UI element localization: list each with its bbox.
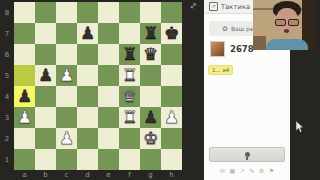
chess-board[interactable]: ♟♜♚♜♛♟♟♜♟♛♟♜♟♟♟♚	[14, 2, 182, 170]
flag-icon[interactable]: ⚑	[269, 168, 274, 174]
square-d5[interactable]	[77, 65, 98, 86]
square-g6[interactable]: ♛	[140, 44, 161, 65]
white-pawn[interactable]: ♟	[14, 107, 35, 128]
square-h2[interactable]	[161, 128, 182, 149]
webcam-video	[253, 0, 315, 50]
rank-label-3: 3	[0, 107, 14, 128]
square-h5[interactable]	[161, 65, 182, 86]
black-pawn[interactable]: ♟	[14, 86, 35, 107]
square-a1[interactable]	[14, 149, 35, 170]
square-g2[interactable]: ♚	[140, 128, 161, 149]
white-king[interactable]: ♚	[140, 128, 161, 149]
black-rook[interactable]: ♜	[140, 23, 161, 44]
file-label-a: a	[14, 169, 35, 180]
square-g8[interactable]	[140, 2, 161, 23]
square-d2[interactable]	[77, 128, 98, 149]
square-f1[interactable]	[119, 149, 140, 170]
panel-spacer	[204, 75, 290, 147]
tactics-icon: ↗	[209, 2, 218, 11]
square-d1[interactable]	[77, 149, 98, 170]
analysis-icon[interactable]: ▦	[230, 168, 236, 174]
player-mouth	[284, 29, 289, 33]
square-e6[interactable]	[98, 44, 119, 65]
white-pawn[interactable]: ♟	[56, 128, 77, 149]
square-b1[interactable]	[35, 149, 56, 170]
square-d6[interactable]	[77, 44, 98, 65]
rank-label-4: 4	[0, 86, 14, 107]
square-b3[interactable]	[35, 107, 56, 128]
rank-label-7: 7	[0, 23, 14, 44]
square-e4[interactable]	[98, 86, 119, 107]
hint-button[interactable]	[209, 147, 285, 162]
square-c8[interactable]	[56, 2, 77, 23]
square-d4[interactable]	[77, 86, 98, 107]
square-d3[interactable]	[77, 107, 98, 128]
square-c2[interactable]: ♟	[56, 128, 77, 149]
square-h8[interactable]	[161, 2, 182, 23]
square-g5[interactable]	[140, 65, 161, 86]
square-g1[interactable]	[140, 149, 161, 170]
mouse-cursor	[296, 121, 305, 133]
square-f7[interactable]	[119, 23, 140, 44]
webcam-shadow	[253, 36, 266, 50]
expand-icon[interactable]: ↕	[186, 0, 200, 13]
square-d7[interactable]: ♟	[77, 23, 98, 44]
square-c7[interactable]	[56, 23, 77, 44]
file-label-e: e	[98, 169, 119, 180]
file-label-b: b	[35, 169, 56, 180]
player-shirt	[266, 39, 308, 50]
square-f4[interactable]: ♛	[119, 86, 140, 107]
move-list-item[interactable]: 1... a4	[208, 65, 233, 75]
laurel-icon: ✿	[222, 25, 228, 33]
square-c3[interactable]	[56, 107, 77, 128]
black-king[interactable]: ♚	[161, 23, 182, 44]
square-f6[interactable]: ♜	[119, 44, 140, 65]
square-e5[interactable]	[98, 65, 119, 86]
file-label-f: f	[119, 169, 140, 180]
app-window: 87654321 ♟♜♚♜♛♟♟♜♟♛♟♜♟♟♟♚ abcdefgh ↕ ↗ Т…	[0, 0, 320, 180]
square-h4[interactable]	[161, 86, 182, 107]
file-label-d: d	[77, 169, 98, 180]
file-label-c: c	[56, 169, 77, 180]
square-g7[interactable]: ♜	[140, 23, 161, 44]
file-label-h: h	[161, 169, 182, 180]
square-h3[interactable]: ♟	[161, 107, 182, 128]
bottom-toolbar: ✉▦↗✎⚙⚑	[204, 166, 290, 180]
square-b7[interactable]	[35, 23, 56, 44]
rank-label-6: 6	[0, 44, 14, 65]
settings-icon[interactable]: ⚙	[259, 168, 264, 174]
square-h1[interactable]	[161, 149, 182, 170]
rating-value: 2678	[230, 44, 254, 54]
file-labels: abcdefgh	[14, 169, 182, 180]
square-h6[interactable]	[161, 44, 182, 65]
square-b4[interactable]	[35, 86, 56, 107]
rank-label-5: 5	[0, 65, 14, 86]
square-f3[interactable]: ♜	[119, 107, 140, 128]
square-a3[interactable]: ♟	[14, 107, 35, 128]
white-rook[interactable]: ♜	[119, 107, 140, 128]
share-icon[interactable]: ↗	[240, 168, 245, 174]
black-pawn[interactable]: ♟	[140, 107, 161, 128]
lightbulb-icon	[245, 152, 250, 157]
square-a7[interactable]	[14, 23, 35, 44]
comment-icon[interactable]: ✉	[220, 168, 225, 174]
avatar[interactable]	[210, 41, 225, 57]
square-e1[interactable]	[98, 149, 119, 170]
file-label-g: g	[140, 169, 161, 180]
black-pawn[interactable]: ♟	[77, 23, 98, 44]
square-b8[interactable]	[35, 2, 56, 23]
square-a5[interactable]	[14, 65, 35, 86]
square-c1[interactable]	[56, 149, 77, 170]
square-f5[interactable]: ♜	[119, 65, 140, 86]
square-e7[interactable]	[98, 23, 119, 44]
player-glasses	[275, 19, 299, 26]
square-a4[interactable]: ♟	[14, 86, 35, 107]
rank-label-8: 8	[0, 2, 14, 23]
square-a2[interactable]	[14, 128, 35, 149]
rank-labels: 87654321	[0, 2, 14, 170]
square-e3[interactable]	[98, 107, 119, 128]
square-d8[interactable]	[77, 2, 98, 23]
white-pawn[interactable]: ♟	[56, 65, 77, 86]
square-f8[interactable]	[119, 2, 140, 23]
black-queen[interactable]: ♛	[140, 44, 161, 65]
square-g3[interactable]: ♟	[140, 107, 161, 128]
square-c4[interactable]	[56, 86, 77, 107]
square-e8[interactable]	[98, 2, 119, 23]
square-a8[interactable]	[14, 2, 35, 23]
square-g4[interactable]	[140, 86, 161, 107]
black-rook[interactable]: ♜	[119, 44, 140, 65]
white-queen[interactable]: ♛	[119, 86, 140, 107]
edit-icon[interactable]: ✎	[249, 168, 254, 174]
rank-label-2: 2	[0, 128, 14, 149]
black-pawn[interactable]: ♟	[35, 65, 56, 86]
square-b2[interactable]	[35, 128, 56, 149]
square-f2[interactable]	[119, 128, 140, 149]
white-rook[interactable]: ♜	[119, 65, 140, 86]
rank-label-1: 1	[0, 149, 14, 170]
square-b6[interactable]	[35, 44, 56, 65]
square-c6[interactable]	[56, 44, 77, 65]
square-e2[interactable]	[98, 128, 119, 149]
white-pawn[interactable]: ♟	[161, 107, 182, 128]
square-b5[interactable]: ♟	[35, 65, 56, 86]
panel-title: Тактика	[221, 3, 250, 11]
square-c5[interactable]: ♟	[56, 65, 77, 86]
square-a6[interactable]	[14, 44, 35, 65]
square-h7[interactable]: ♚	[161, 23, 182, 44]
